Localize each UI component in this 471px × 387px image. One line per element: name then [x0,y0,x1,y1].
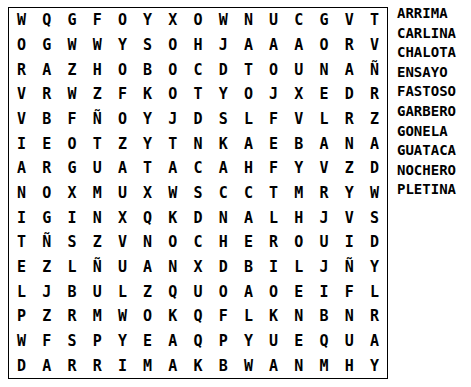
grid-cell[interactable]: U [261,8,286,33]
grid-cell[interactable]: V [286,107,311,132]
grid-cell[interactable]: K [185,353,210,378]
grid-cell[interactable]: C [185,230,210,255]
grid-cell[interactable]: O [311,33,336,58]
word-list-item: FASTOSO [397,82,456,102]
grid-cell[interactable]: O [261,57,286,82]
grid-cell[interactable]: M [85,181,110,206]
grid-cell[interactable]: A [362,131,387,156]
grid-cell[interactable]: H [286,205,311,230]
grid-cell[interactable]: S [135,33,160,58]
grid-cell[interactable]: N [160,255,185,280]
grid-cell[interactable]: A [110,156,135,181]
grid-cell[interactable]: K [135,82,160,107]
grid-cell[interactable]: C [185,57,210,82]
grid-cell[interactable]: L [261,205,286,230]
grid-cell[interactable]: F [59,107,84,132]
grid-cell[interactable]: V [311,156,336,181]
grid-cell[interactable]: J [211,33,236,58]
grid-cell[interactable]: X [135,181,160,206]
word-search-grid: WQGFOYXOWNUCGVTOGWWYSOHJAAAORVRAZHOBOCDT… [8,7,388,379]
grid-cell[interactable]: G [311,8,336,33]
grid-cell[interactable]: V [9,107,34,132]
grid-cell[interactable]: Q [135,205,160,230]
word-list: ARRIMACARLINACHALOTAENSAYOFASTOSOGARBERO… [397,4,456,200]
grid-cell[interactable]: I [59,205,84,230]
grid-cell[interactable]: U [311,230,336,255]
grid-cell[interactable]: R [34,82,59,107]
grid-cell[interactable]: T [9,230,34,255]
grid-cell[interactable]: R [85,353,110,378]
word-list-item: PLETINA [397,180,456,200]
grid-cell[interactable]: L [236,107,261,132]
grid-cell[interactable]: T [362,8,387,33]
grid-cell[interactable]: U [337,329,362,354]
grid-cell[interactable]: J [160,107,185,132]
grid-cell[interactable]: H [211,230,236,255]
grid-cell[interactable]: I [337,230,362,255]
grid-cell[interactable]: N [337,131,362,156]
grid-cell[interactable]: Q [185,304,210,329]
grid-cell[interactable]: N [311,57,336,82]
grid-cell[interactable]: B [135,57,160,82]
grid-cell[interactable]: G [34,33,59,58]
grid-cell[interactable]: R [261,230,286,255]
grid-cell[interactable]: A [236,33,261,58]
grid-cell[interactable]: O [34,181,59,206]
grid-cell[interactable]: E [286,329,311,354]
grid-cell[interactable]: L [110,279,135,304]
grid-cell[interactable]: D [362,156,387,181]
grid-cell[interactable]: L [236,304,261,329]
grid-cell[interactable]: Y [362,353,387,378]
grid-cell[interactable]: O [211,279,236,304]
grid-cell[interactable]: R [9,57,34,82]
grid-cell[interactable]: R [34,156,59,181]
grid-cell[interactable]: X [160,8,185,33]
grid-cell[interactable]: E [261,131,286,156]
grid-cell[interactable]: F [85,8,110,33]
grid-cell[interactable]: G [34,205,59,230]
grid-cell[interactable]: A [211,156,236,181]
grid-cell[interactable]: Y [135,107,160,132]
grid-cell[interactable]: M [311,353,336,378]
grid-cell[interactable]: C [211,181,236,206]
grid-cell[interactable]: O [135,304,160,329]
grid-cell[interactable]: T [135,156,160,181]
grid-cell[interactable]: C [236,181,261,206]
grid-cell[interactable]: A [160,353,185,378]
grid-cell[interactable]: Z [85,230,110,255]
grid-cell[interactable]: Q [311,329,336,354]
grid-cell[interactable]: P [211,329,236,354]
grid-cell[interactable]: N [85,205,110,230]
grid-cell[interactable]: T [160,131,185,156]
grid-cell[interactable]: R [311,181,336,206]
grid-cell[interactable]: E [34,131,59,156]
grid-cell[interactable]: O [160,82,185,107]
grid-cell[interactable]: C [185,156,210,181]
grid-cell[interactable]: J [261,82,286,107]
grid-cell[interactable]: O [59,131,84,156]
grid-cell[interactable]: Y [211,82,236,107]
grid-cell[interactable]: B [59,279,84,304]
grid-cell[interactable]: Ñ [85,255,110,280]
grid-cell[interactable]: H [85,57,110,82]
grid-cell[interactable]: A [311,131,336,156]
grid-cell[interactable]: J [34,279,59,304]
grid-cell[interactable]: I [261,255,286,280]
grid-cell[interactable]: K [261,304,286,329]
grid-cell[interactable]: W [236,353,261,378]
grid-cell[interactable]: A [286,33,311,58]
grid-cell[interactable]: Z [337,156,362,181]
grid-cell[interactable]: W [85,33,110,58]
grid-cell[interactable]: B [286,131,311,156]
grid-cell[interactable]: D [185,107,210,132]
grid-cell[interactable]: Ñ [337,255,362,280]
grid-cell[interactable]: Y [135,131,160,156]
grid-cell[interactable]: Z [362,107,387,132]
grid-cell[interactable]: G [59,8,84,33]
grid-cell[interactable]: E [311,82,336,107]
grid-cell[interactable]: O [110,57,135,82]
grid-cell[interactable]: W [59,33,84,58]
grid-cell[interactable]: P [85,329,110,354]
grid-cell[interactable]: L [286,255,311,280]
grid-cell[interactable]: U [185,279,210,304]
grid-cell[interactable]: A [160,156,185,181]
grid-cell[interactable]: A [160,329,185,354]
grid-cell[interactable]: H [185,33,210,58]
grid-cell[interactable]: Y [362,255,387,280]
grid-cell[interactable]: T [261,181,286,206]
grid-cell[interactable]: S [362,205,387,230]
grid-cell[interactable]: H [337,353,362,378]
grid-cell[interactable]: D [9,353,34,378]
grid-cell[interactable]: Q [160,279,185,304]
grid-cell[interactable]: L [59,255,84,280]
grid-cell[interactable]: L [362,279,387,304]
grid-cell[interactable]: U [85,279,110,304]
word-list-item: NOCHERO [397,161,456,181]
grid-cell[interactable]: U [110,181,135,206]
grid-cell[interactable]: T [85,131,110,156]
grid-cell[interactable]: K [211,131,236,156]
grid-cell[interactable]: Y [236,329,261,354]
grid-cell[interactable]: L [311,107,336,132]
grid-cell[interactable]: O [9,33,34,58]
grid-cell[interactable]: Z [59,57,84,82]
grid-cell[interactable]: A [261,353,286,378]
grid-cell[interactable]: S [59,329,84,354]
grid-cell[interactable]: L [9,279,34,304]
grid-cell[interactable]: V [110,230,135,255]
word-list-item: GUATACA [397,141,456,161]
grid-cell[interactable]: B [236,255,261,280]
grid-cell[interactable]: K [160,304,185,329]
grid-cell[interactable]: W [110,304,135,329]
grid-cell[interactable]: Q [185,329,210,354]
grid-cell[interactable]: U [85,156,110,181]
grid-cell[interactable]: O [286,230,311,255]
grid-cell[interactable]: N [211,205,236,230]
grid-cell[interactable]: N [135,230,160,255]
grid-cell[interactable]: V [337,205,362,230]
grid-cell[interactable]: E [135,329,160,354]
grid-cell[interactable]: D [362,230,387,255]
grid-cell[interactable]: R [362,304,387,329]
grid-cell[interactable]: W [362,181,387,206]
grid-cell[interactable]: I [311,279,336,304]
grid-cell[interactable]: O [110,107,135,132]
grid-cell[interactable]: O [110,8,135,33]
grid-cell[interactable]: F [261,156,286,181]
grid-cell[interactable]: V [362,33,387,58]
grid-cell[interactable]: Ñ [34,230,59,255]
grid-cell[interactable]: Z [85,82,110,107]
grid-cell[interactable]: Y [110,33,135,58]
grid-cell[interactable]: N [236,8,261,33]
grid-cell[interactable]: N [286,304,311,329]
grid-cell[interactable]: Y [110,329,135,354]
grid-cell[interactable]: Z [110,131,135,156]
grid-cell[interactable]: Ñ [362,57,387,82]
grid-cell[interactable]: O [185,8,210,33]
grid-cell[interactable]: F [337,279,362,304]
grid-cell[interactable]: A [337,57,362,82]
grid-cell[interactable]: X [286,82,311,107]
grid-cell[interactable]: R [59,304,84,329]
grid-cell[interactable]: U [261,329,286,354]
grid-cell[interactable]: M [85,304,110,329]
grid-cell[interactable]: F [110,82,135,107]
grid-cell[interactable]: N [185,131,210,156]
grid-cell[interactable]: J [311,255,336,280]
grid-cell[interactable]: U [286,57,311,82]
grid-cell[interactable]: O [160,57,185,82]
grid-cell[interactable]: Y [337,181,362,206]
grid-cell[interactable]: O [236,82,261,107]
grid-cell[interactable]: E [236,230,261,255]
grid-cell[interactable]: O [261,279,286,304]
grid-cell[interactable]: A [34,353,59,378]
grid-cell[interactable]: O [160,230,185,255]
grid-cell[interactable]: P [9,304,34,329]
grid-cell[interactable]: D [337,82,362,107]
grid-cell[interactable]: B [34,107,59,132]
grid-cell[interactable]: S [59,230,84,255]
word-list-item: CHALOTA [397,43,456,63]
grid-cell[interactable]: Y [286,156,311,181]
grid-cell[interactable]: I [9,131,34,156]
grid-cell[interactable]: G [59,156,84,181]
grid-cell[interactable]: D [211,57,236,82]
grid-cell[interactable]: R [59,353,84,378]
grid-cell[interactable]: W [59,82,84,107]
grid-cell[interactable]: A [9,156,34,181]
grid-cell[interactable]: X [59,181,84,206]
grid-cell[interactable]: M [286,181,311,206]
grid-cell[interactable]: C [286,8,311,33]
grid-cell[interactable]: N [286,353,311,378]
grid-cell[interactable]: U [110,255,135,280]
grid-cell[interactable]: A [362,329,387,354]
grid-cell[interactable]: J [311,205,336,230]
grid-cell[interactable]: M [135,353,160,378]
grid-cell[interactable]: N [9,181,34,206]
grid-cell[interactable]: D [211,255,236,280]
grid-cell[interactable]: W [211,8,236,33]
grid-cell[interactable]: E [286,279,311,304]
grid-cell[interactable]: V [9,82,34,107]
grid-cell[interactable]: S [211,107,236,132]
grid-cell[interactable]: N [337,304,362,329]
grid-cell[interactable]: K [160,205,185,230]
grid-cell[interactable]: I [9,205,34,230]
grid-cell[interactable]: I [110,353,135,378]
word-list-item: GARBERO [397,102,456,122]
word-list-item: ARRIMA [397,4,456,24]
grid-cell[interactable]: A [261,33,286,58]
grid-cell[interactable]: V [337,8,362,33]
grid-cell[interactable]: Y [135,8,160,33]
word-list-item: ENSAYO [397,63,456,83]
word-list-item: GONELA [397,122,456,142]
grid-cell[interactable]: R [337,107,362,132]
grid-cell[interactable]: Ñ [85,107,110,132]
grid-cell[interactable]: F [211,304,236,329]
grid-cell[interactable]: A [236,131,261,156]
grid-cell[interactable]: Z [135,279,160,304]
grid-cell[interactable]: W [9,329,34,354]
grid-cell[interactable]: H [236,156,261,181]
grid-cell[interactable]: O [160,33,185,58]
grid-cell[interactable]: A [236,279,261,304]
word-list-item: CARLINA [397,24,456,44]
grid-cell[interactable]: D [185,205,210,230]
grid-cell[interactable]: T [185,82,210,107]
grid-cell[interactable]: B [311,304,336,329]
grid-cell[interactable]: X [185,255,210,280]
grid-cell[interactable]: R [337,33,362,58]
grid-cell[interactable]: E [9,255,34,280]
grid-cell[interactable]: R [362,82,387,107]
grid-cell[interactable]: S [185,181,210,206]
grid-cell[interactable]: F [34,329,59,354]
grid-cell[interactable]: Q [34,8,59,33]
grid-cell[interactable]: B [211,353,236,378]
grid-cell[interactable]: A [34,57,59,82]
grid-cell[interactable]: A [135,255,160,280]
grid-cell[interactable]: Z [34,304,59,329]
grid-cell[interactable]: W [160,181,185,206]
grid-cell[interactable]: F [261,107,286,132]
grid-cell[interactable]: T [236,57,261,82]
grid-cell[interactable]: A [236,205,261,230]
grid-cell[interactable]: W [9,8,34,33]
grid-cell[interactable]: X [110,205,135,230]
grid-cell[interactable]: Z [34,255,59,280]
